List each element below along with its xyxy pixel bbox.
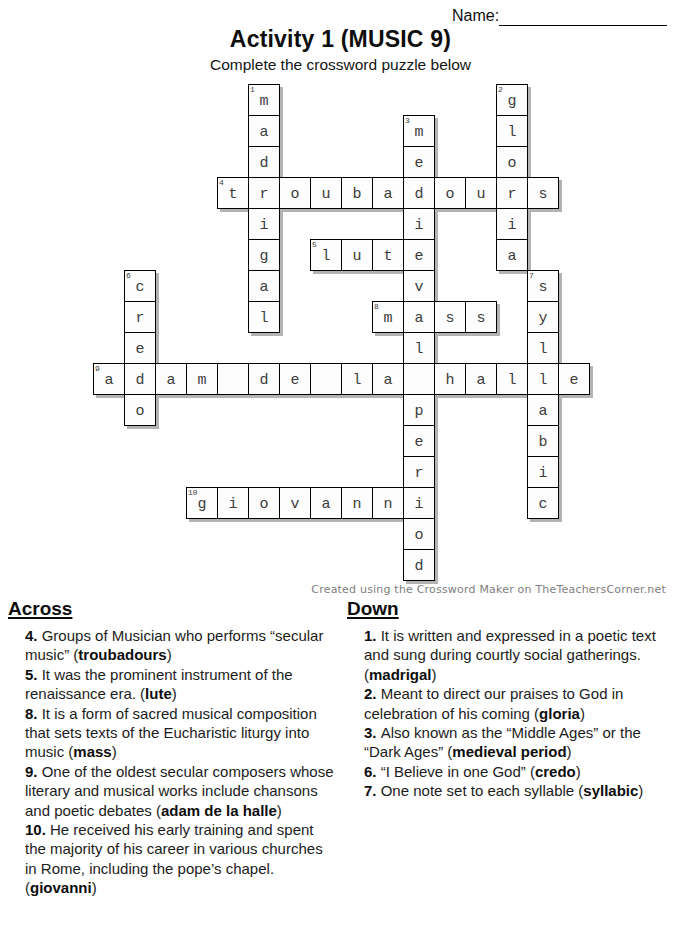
- grid-cell-r9c13[interactable]: l: [496, 363, 528, 395]
- cell-letter: n: [383, 497, 392, 512]
- cell-letter: l: [321, 249, 330, 264]
- grid-cell-r5c5[interactable]: g: [248, 239, 280, 271]
- grid-cell-r13c10[interactable]: i: [403, 487, 435, 519]
- grid-cell-r9c5[interactable]: d: [248, 363, 280, 395]
- cell-letter: i: [538, 466, 547, 481]
- clue-number-label: 10: [188, 488, 198, 497]
- cell-letter: o: [135, 404, 144, 419]
- cell-letter: c: [135, 280, 144, 295]
- cell-letter: o: [414, 528, 423, 543]
- grid-cell-r5c10[interactable]: e: [403, 239, 435, 271]
- grid-cell-r13c4[interactable]: i: [217, 487, 249, 519]
- cell-letter: a: [383, 373, 392, 388]
- cell-letter: a: [259, 125, 268, 140]
- cell-letter: r: [414, 466, 423, 481]
- cell-letter: b: [538, 435, 547, 450]
- cell-letter: b: [352, 187, 361, 202]
- grid-cell-r6c1[interactable]: 6c: [124, 270, 156, 302]
- grid-cell-r13c5[interactable]: o: [248, 487, 280, 519]
- grid-cell-r5c7[interactable]: 5l: [310, 239, 342, 271]
- cell-letter: s: [476, 311, 485, 326]
- grid-cell-r4c10[interactable]: i: [403, 208, 435, 240]
- grid-cell-r6c5[interactable]: a: [248, 270, 280, 302]
- grid-cell-r9c6[interactable]: e: [279, 363, 311, 395]
- cell-letter: m: [383, 311, 392, 326]
- cell-letter: u: [321, 187, 330, 202]
- grid-cell-r13c8[interactable]: n: [341, 487, 373, 519]
- grid-cell-r10c10[interactable]: p: [403, 394, 435, 426]
- cell-letter: t: [228, 187, 237, 202]
- clue-number-label: 7: [529, 271, 534, 280]
- cell-letter: l: [538, 342, 547, 357]
- across-clue-list: 4. Groups of Musician who performs “secu…: [25, 626, 337, 898]
- clue-item-4: 4. Groups of Musician who performs “secu…: [25, 626, 337, 665]
- clue-item-8: 8. It is a form of sacred musical compos…: [25, 704, 337, 762]
- grid-cell-r2c5[interactable]: d: [248, 146, 280, 178]
- cell-letter: l: [538, 373, 547, 388]
- grid-cell-r13c14[interactable]: c: [527, 487, 559, 519]
- grid-cell-r9c4[interactable]: [217, 363, 249, 395]
- cell-letter: o: [259, 497, 268, 512]
- cell-letter: l: [507, 125, 516, 140]
- grid-cell-r13c9[interactable]: n: [372, 487, 404, 519]
- grid-cell-r0c5[interactable]: 1m: [248, 84, 280, 116]
- grid-cell-r1c5[interactable]: a: [248, 115, 280, 147]
- grid-cell-r9c7[interactable]: [310, 363, 342, 395]
- grid-cell-r1c13[interactable]: l: [496, 115, 528, 147]
- cell-letter: e: [414, 249, 423, 264]
- grid-cell-r13c6[interactable]: v: [279, 487, 311, 519]
- cell-letter: m: [414, 125, 423, 140]
- page-title: Activity 1 (MUSIC 9): [0, 26, 681, 53]
- grid-cell-r9c1[interactable]: d: [124, 363, 156, 395]
- grid-cell-r12c10[interactable]: r: [403, 456, 435, 488]
- grid-cell-r9c3[interactable]: m: [186, 363, 218, 395]
- grid-cell-r7c12[interactable]: s: [465, 301, 497, 333]
- cell-letter: o: [507, 156, 516, 171]
- grid-cell-r3c14[interactable]: s: [527, 177, 559, 209]
- cell-letter: s: [445, 311, 454, 326]
- cell-letter: m: [259, 94, 268, 109]
- cell-letter: d: [414, 187, 423, 202]
- attribution-text: Created using the Crossword Maker on The…: [311, 583, 666, 596]
- cell-letter: i: [507, 218, 516, 233]
- cell-letter: a: [383, 187, 392, 202]
- grid-cell-r3c9[interactable]: a: [372, 177, 404, 209]
- cell-letter: r: [259, 187, 268, 202]
- grid-cell-r2c10[interactable]: e: [403, 146, 435, 178]
- cell-letter: d: [135, 373, 144, 388]
- grid-cell-r3c5[interactable]: r: [248, 177, 280, 209]
- name-fill-line[interactable]: [499, 9, 667, 26]
- grid-cell-r14c10[interactable]: o: [403, 518, 435, 550]
- grid-cell-r12c14[interactable]: i: [527, 456, 559, 488]
- grid-cell-r2c13[interactable]: o: [496, 146, 528, 178]
- grid-cell-r1c10[interactable]: 3m: [403, 115, 435, 147]
- cell-letter: a: [507, 249, 516, 264]
- cell-letter: l: [259, 311, 268, 326]
- clue-item-1: 1. It is written and expressed in a poet…: [364, 626, 676, 684]
- grid-cell-r7c5[interactable]: l: [248, 301, 280, 333]
- grid-cell-r7c1[interactable]: r: [124, 301, 156, 333]
- cell-letter: d: [414, 559, 423, 574]
- across-clues-section: Across 4. Groups of Musician who perform…: [8, 597, 342, 898]
- cell-letter: a: [259, 280, 268, 295]
- cell-letter: v: [290, 497, 299, 512]
- down-clues-section: Down 1. It is written and expressed in a…: [347, 597, 681, 801]
- clue-item-5: 5. It was the prominent instrument of th…: [25, 665, 337, 704]
- grid-cell-r9c0[interactable]: 9a: [93, 363, 125, 395]
- cell-letter: a: [166, 373, 175, 388]
- cell-letter: a: [476, 373, 485, 388]
- grid-cell-r9c15[interactable]: e: [558, 363, 590, 395]
- cell-letter: e: [290, 373, 299, 388]
- grid-cell-r13c7[interactable]: a: [310, 487, 342, 519]
- grid-cell-r4c13[interactable]: i: [496, 208, 528, 240]
- grid-cell-r9c11[interactable]: h: [434, 363, 466, 395]
- grid-cell-r3c7[interactable]: u: [310, 177, 342, 209]
- cell-letter: y: [538, 311, 547, 326]
- grid-cell-r9c10[interactable]: [403, 363, 435, 395]
- grid-cell-r4c5[interactable]: i: [248, 208, 280, 240]
- grid-cell-r3c4[interactable]: 4t: [217, 177, 249, 209]
- cell-letter: r: [507, 187, 516, 202]
- grid-cell-r9c2[interactable]: a: [155, 363, 187, 395]
- cell-letter: g: [197, 497, 206, 512]
- clue-item-3: 3. Also known as the “Middle Ages” or th…: [364, 723, 676, 762]
- clue-item-10: 10. He received his early training and s…: [25, 820, 337, 898]
- crossword-worksheet-page: Name: Activity 1 (MUSIC 9) Complete the …: [0, 0, 681, 927]
- cell-letter: a: [414, 311, 423, 326]
- cell-letter: e: [135, 342, 144, 357]
- grid-cell-r9c8[interactable]: l: [341, 363, 373, 395]
- grid-cell-r7c11[interactable]: s: [434, 301, 466, 333]
- name-label: Name:: [452, 7, 499, 25]
- cell-letter: h: [445, 373, 454, 388]
- clue-number-label: 9: [95, 364, 100, 373]
- grid-cell-r11c14[interactable]: b: [527, 425, 559, 457]
- down-heading: Down: [347, 597, 681, 620]
- cell-letter: i: [414, 218, 423, 233]
- grid-cell-r7c10[interactable]: a: [403, 301, 435, 333]
- cell-letter: d: [259, 156, 268, 171]
- cell-letter: s: [538, 187, 547, 202]
- grid-cell-r13c3[interactable]: 10g: [186, 487, 218, 519]
- grid-cell-r9c14[interactable]: l: [527, 363, 559, 395]
- grid-cell-r3c13[interactable]: r: [496, 177, 528, 209]
- grid-cell-r10c14[interactable]: a: [527, 394, 559, 426]
- clue-item-9: 9. One of the oldest secular composers w…: [25, 762, 337, 820]
- grid-cell-r5c13[interactable]: a: [496, 239, 528, 271]
- cell-letter: i: [228, 497, 237, 512]
- grid-cell-r3c10[interactable]: d: [403, 177, 435, 209]
- grid-cell-r8c1[interactable]: e: [124, 332, 156, 364]
- cell-letter: a: [104, 373, 113, 388]
- cell-letter: n: [352, 497, 361, 512]
- cell-letter: i: [259, 218, 268, 233]
- cell-letter: t: [383, 249, 392, 264]
- clue-item-6: 6. “I Believe in one God” (credo): [364, 762, 676, 781]
- cell-letter: l: [414, 342, 423, 357]
- clue-number-label: 2: [498, 85, 503, 94]
- grid-cell-r3c11[interactable]: o: [434, 177, 466, 209]
- grid-cell-r10c1[interactable]: o: [124, 394, 156, 426]
- cell-letter: u: [476, 187, 485, 202]
- clue-item-2: 2. Meant to direct our praises to God in…: [364, 684, 676, 723]
- cell-letter: l: [352, 373, 361, 388]
- grid-cell-r6c14[interactable]: 7s: [527, 270, 559, 302]
- cell-letter: d: [259, 373, 268, 388]
- cell-letter: c: [538, 497, 547, 512]
- clue-number-label: 4: [219, 178, 224, 187]
- cell-letter: e: [414, 156, 423, 171]
- clue-item-7: 7. One note set to each syllable (syllab…: [364, 781, 676, 800]
- grid-cell-r3c12[interactable]: u: [465, 177, 497, 209]
- grid-cell-r11c10[interactable]: e: [403, 425, 435, 457]
- grid-cell-r9c9[interactable]: a: [372, 363, 404, 395]
- across-heading: Across: [8, 597, 342, 620]
- cell-letter: s: [538, 280, 547, 295]
- cell-letter: i: [414, 497, 423, 512]
- clue-number-label: 5: [312, 240, 317, 249]
- cell-letter: a: [538, 404, 547, 419]
- cell-letter: g: [259, 249, 268, 264]
- grid-cell-r8c10[interactable]: l: [403, 332, 435, 364]
- grid-cell-r7c9[interactable]: 8m: [372, 301, 404, 333]
- cell-letter: u: [352, 249, 361, 264]
- cell-letter: p: [414, 404, 423, 419]
- grid-cell-r5c8[interactable]: u: [341, 239, 373, 271]
- cell-letter: a: [321, 497, 330, 512]
- page-subtitle: Complete the crossword puzzle below: [0, 56, 681, 74]
- grid-cell-r8c14[interactable]: l: [527, 332, 559, 364]
- clue-number-label: 6: [126, 271, 131, 280]
- cell-letter: l: [507, 373, 516, 388]
- crossword-grid: 1m2ga3mldeo4troubadoursiiig5lutea6cav7sr…: [93, 84, 593, 584]
- grid-cell-r0c13[interactable]: 2g: [496, 84, 528, 116]
- grid-cell-r3c6[interactable]: o: [279, 177, 311, 209]
- cell-letter: o: [290, 187, 299, 202]
- down-clue-list: 1. It is written and expressed in a poet…: [364, 626, 676, 801]
- grid-cell-r5c9[interactable]: t: [372, 239, 404, 271]
- grid-cell-r6c10[interactable]: v: [403, 270, 435, 302]
- clue-number-label: 3: [405, 116, 410, 125]
- cell-letter: e: [414, 435, 423, 450]
- cell-letter: e: [569, 373, 578, 388]
- cell-letter: o: [445, 187, 454, 202]
- cell-letter: v: [414, 280, 423, 295]
- cell-letter: g: [507, 94, 516, 109]
- grid-cell-r15c10[interactable]: d: [403, 549, 435, 581]
- clue-number-label: 8: [374, 302, 379, 311]
- grid-cell-r9c12[interactable]: a: [465, 363, 497, 395]
- grid-cell-r7c14[interactable]: y: [527, 301, 559, 333]
- grid-cell-r3c8[interactable]: b: [341, 177, 373, 209]
- cell-letter: r: [135, 311, 144, 326]
- clue-number-label: 1: [250, 85, 255, 94]
- cell-letter: m: [197, 373, 206, 388]
